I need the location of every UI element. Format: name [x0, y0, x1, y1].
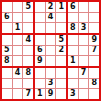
cell-r2c7[interactable] — [68, 13, 78, 23]
cell-r4c9: 9 — [89, 35, 99, 45]
cell-r3c8: 3 — [79, 23, 89, 33]
cell-r2c1: 6 — [2, 13, 12, 23]
cell-r6c3[interactable] — [23, 56, 33, 66]
cell-r4c7[interactable] — [68, 35, 78, 45]
cell-r6c5[interactable] — [46, 56, 56, 66]
cell-r7c7[interactable] — [68, 68, 78, 78]
cell-r9c2[interactable] — [13, 89, 23, 99]
cell-r8c2[interactable] — [13, 79, 23, 89]
cell-r8c9: 8 — [89, 79, 99, 89]
cell-r2c9[interactable] — [89, 13, 99, 23]
cell-r3c9[interactable] — [89, 23, 99, 33]
cell-r3c6[interactable] — [56, 23, 66, 33]
cell-r9c3: 7 — [23, 89, 33, 99]
cell-r6c1: 8 — [2, 56, 12, 66]
sudoku-box-4: 5629 — [35, 35, 66, 66]
cell-r4c8[interactable] — [79, 35, 89, 45]
cell-r4c5[interactable] — [46, 35, 56, 45]
cell-r3c2: 1 — [13, 23, 23, 33]
cell-r1c7: 6 — [68, 2, 78, 12]
cell-r9c1[interactable] — [2, 89, 12, 99]
cell-r1c6: 1 — [56, 2, 66, 12]
cell-r5c3[interactable] — [23, 46, 33, 56]
cell-r8c6[interactable] — [56, 79, 66, 89]
cell-r4c3: 4 — [23, 35, 33, 45]
cell-r5c8[interactable] — [79, 46, 89, 56]
cell-r2c3[interactable] — [23, 13, 33, 23]
cell-r7c8: 7 — [79, 68, 89, 78]
cell-r3c4[interactable] — [35, 23, 45, 33]
cell-r4c2[interactable] — [13, 35, 23, 45]
cell-r3c3[interactable] — [23, 23, 33, 33]
cell-r8c5: 3 — [46, 79, 56, 89]
cell-r6c6[interactable] — [56, 56, 66, 66]
cell-r7c5[interactable] — [46, 68, 56, 78]
cell-r9c5: 9 — [46, 89, 56, 99]
cell-r1c3: 5 — [23, 2, 33, 12]
cell-r1c4[interactable] — [35, 2, 45, 12]
cell-r5c4: 6 — [35, 46, 45, 56]
cell-r5c9: 7 — [89, 46, 99, 56]
sudoku-box-0: 561 — [2, 2, 33, 33]
cell-r2c8[interactable] — [79, 13, 89, 23]
cell-r2c4[interactable] — [35, 13, 45, 23]
cell-r3c1[interactable] — [2, 23, 12, 33]
cell-r6c7: 1 — [68, 56, 78, 66]
cell-r1c9[interactable] — [89, 2, 99, 12]
cell-r5c5[interactable] — [46, 46, 56, 56]
cell-r6c4: 9 — [35, 56, 45, 66]
cell-r3c7: 8 — [68, 23, 78, 33]
sudoku-box-1: 214 — [35, 2, 66, 33]
cell-r6c2[interactable] — [13, 56, 23, 66]
cell-r4c1[interactable] — [2, 35, 12, 45]
cell-r8c8[interactable] — [79, 79, 89, 89]
cell-r7c4[interactable] — [35, 68, 45, 78]
cell-r9c6[interactable] — [56, 89, 66, 99]
cell-r7c9[interactable] — [89, 68, 99, 78]
sudoku-box-2: 683 — [68, 2, 99, 33]
cell-r5c2[interactable] — [13, 46, 23, 56]
cell-r7c6[interactable] — [56, 68, 66, 78]
cell-r1c5: 2 — [46, 2, 56, 12]
sudoku-box-8: 783 — [68, 68, 99, 99]
sudoku-box-7: 319 — [35, 68, 66, 99]
cell-r8c3[interactable] — [23, 79, 33, 89]
cell-r8c1[interactable] — [2, 79, 12, 89]
cell-r5c6: 2 — [56, 46, 66, 56]
cell-r9c4: 1 — [35, 89, 45, 99]
cell-r5c1: 5 — [2, 46, 12, 56]
sudoku-board: 5612146834585629971487319783 — [0, 0, 101, 101]
cell-r6c9[interactable] — [89, 56, 99, 66]
cell-r5c7[interactable] — [68, 46, 78, 56]
cell-r1c1[interactable] — [2, 2, 12, 12]
cell-r8c4[interactable] — [35, 79, 45, 89]
sudoku-box-5: 971 — [68, 35, 99, 66]
cell-r4c4[interactable] — [35, 35, 45, 45]
cell-r9c9[interactable] — [89, 89, 99, 99]
cell-r6c8[interactable] — [79, 56, 89, 66]
cell-r4c6: 5 — [56, 35, 66, 45]
sudoku-box-6: 487 — [2, 68, 33, 99]
cell-r9c8[interactable] — [79, 89, 89, 99]
cell-r9c7: 3 — [68, 89, 78, 99]
cell-r7c1[interactable] — [2, 68, 12, 78]
cell-r1c8[interactable] — [79, 2, 89, 12]
cell-r8c7[interactable] — [68, 79, 78, 89]
cell-r2c5: 4 — [46, 13, 56, 23]
cell-r3c5[interactable] — [46, 23, 56, 33]
cell-r2c6[interactable] — [56, 13, 66, 23]
cell-r2c2[interactable] — [13, 13, 23, 23]
cell-r7c2: 4 — [13, 68, 23, 78]
cell-r1c2[interactable] — [13, 2, 23, 12]
sudoku-box-3: 458 — [2, 35, 33, 66]
cell-r7c3: 8 — [23, 68, 33, 78]
